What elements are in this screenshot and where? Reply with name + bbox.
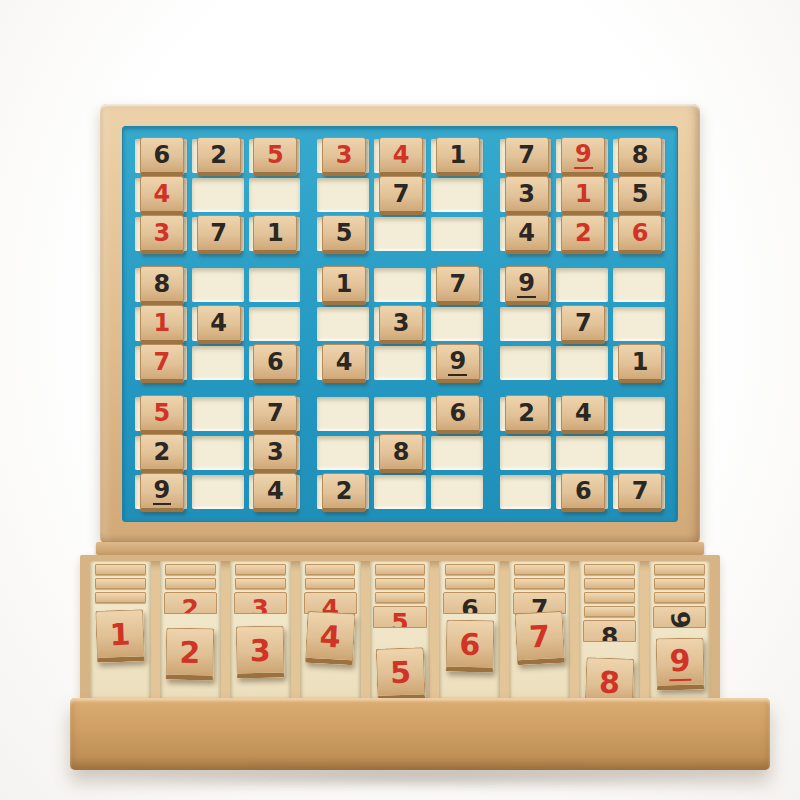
tile-digit: 2: [179, 634, 200, 669]
tile-6-r6c3[interactable]: 6: [253, 344, 297, 383]
tile-digit: 3: [336, 143, 353, 167]
tile-digit: 1: [575, 182, 592, 206]
cell-r5c2: 4: [192, 307, 244, 341]
tile-digit: 1: [449, 143, 466, 167]
cell-r4c7: 9: [500, 268, 552, 302]
peek-digit: 2: [165, 599, 216, 614]
tile-digit: 9: [668, 643, 692, 681]
drawer-tile-9[interactable]: 9: [655, 638, 704, 691]
cell-r9c9: 7: [613, 475, 665, 509]
cell-r3c8: 2: [556, 217, 608, 251]
tile-digit: 9: [448, 349, 467, 376]
cell-r2c4: [317, 178, 369, 212]
tile-digit: 7: [632, 479, 649, 503]
box-front-edge: [96, 542, 704, 555]
drawer-tile-3[interactable]: 3: [236, 626, 285, 679]
drawer-tile-5[interactable]: 5: [376, 647, 426, 701]
tile-digit: 5: [336, 221, 353, 245]
stacked-tile-edge[interactable]: [375, 592, 426, 603]
peek-digit: 5: [374, 613, 425, 628]
tile-2-r7c7[interactable]: 2: [505, 395, 549, 434]
tile-digit: 6: [449, 401, 466, 425]
cell-r6c1: 7: [135, 346, 187, 380]
tile-4-r2c1[interactable]: 4: [140, 176, 184, 215]
drawer-slot-7: 77: [509, 561, 570, 699]
tile-1-r3c3[interactable]: 1: [253, 215, 297, 254]
cell-r2c7: 3: [500, 178, 552, 212]
tile-9-r1c8[interactable]: 9: [561, 137, 605, 176]
tile-4-r7c8[interactable]: 4: [561, 395, 605, 434]
tile-7-r4c6[interactable]: 7: [436, 266, 480, 305]
drawer-tile-6[interactable]: 6: [445, 620, 494, 673]
cell-r4c6: 7: [431, 268, 483, 302]
drawer-tile-7[interactable]: 7: [514, 611, 565, 665]
stacked-tile-edge[interactable]: [584, 606, 635, 617]
cell-r6c4: 4: [317, 346, 369, 380]
tile-digit: 4: [154, 182, 171, 206]
tile-6-r7c6[interactable]: 6: [436, 395, 480, 434]
cell-r9c7: [500, 475, 552, 509]
tile-7-r1c7[interactable]: 7: [505, 137, 549, 176]
tile-1-r5c1[interactable]: 1: [140, 305, 184, 344]
cell-r4c8: [556, 268, 608, 302]
stacked-tile-edge[interactable]: [654, 592, 705, 603]
tile-8-r4c1[interactable]: 8: [140, 266, 184, 305]
drawer-tile-1[interactable]: 1: [96, 609, 146, 663]
tile-digit: 8: [598, 664, 620, 700]
drawer-slot-9: 99: [649, 561, 710, 699]
cell-r8c5: 8: [374, 436, 426, 470]
stacked-tile-edge[interactable]: [445, 578, 496, 589]
stacked-tile-edge[interactable]: [95, 578, 146, 589]
tile-digit: 2: [518, 401, 535, 425]
drawer-slot-4: 44: [300, 561, 361, 699]
tile-digit: 6: [267, 350, 284, 374]
tile-9-r9c1[interactable]: 9: [140, 473, 184, 512]
cell-r1c8: 9: [556, 139, 608, 173]
cell-r1c6: 1: [431, 139, 483, 173]
cell-r4c5: [374, 268, 426, 302]
tile-3-r8c3[interactable]: 3: [253, 434, 297, 473]
drawer-slot-3: 33: [230, 561, 291, 699]
tile-7-r2c5[interactable]: 7: [379, 176, 423, 215]
cell-r4c3: [249, 268, 301, 302]
tile-digit: 1: [109, 616, 131, 652]
tile-5-r2c9[interactable]: 5: [618, 176, 662, 215]
drawer-slot-2: 22: [160, 561, 221, 699]
cell-r6c8: [556, 346, 608, 380]
cell-r8c3: 3: [249, 436, 301, 470]
tile-digit: 3: [154, 221, 171, 245]
tile-3-r3c1[interactable]: 3: [140, 215, 184, 254]
tile-digit: 7: [267, 401, 284, 425]
cell-r2c2: [192, 178, 244, 212]
cell-r7c9: [613, 397, 665, 431]
tile-digit: 4: [210, 311, 227, 335]
stacked-tile-edge[interactable]: [654, 564, 705, 575]
tile-2-r1c2[interactable]: 2: [197, 137, 241, 176]
tile-digit: 4: [393, 143, 410, 167]
peek-tile-8[interactable]: 8: [583, 620, 636, 642]
cell-r5c1: 1: [135, 307, 187, 341]
tile-digit: 5: [267, 143, 284, 167]
stacked-tile-edge[interactable]: [654, 578, 705, 589]
peek-tile-3[interactable]: 3: [234, 592, 287, 614]
stacked-tile-edge[interactable]: [445, 564, 496, 575]
cell-r2c3: [249, 178, 301, 212]
cell-r3c7: 4: [500, 217, 552, 251]
cell-r3c6: [431, 217, 483, 251]
cell-r7c2: [192, 397, 244, 431]
tile-digit: 4: [518, 221, 535, 245]
tile-digit: 2: [210, 143, 227, 167]
tile-8-r1c9[interactable]: 8: [618, 137, 662, 176]
peek-tile-9[interactable]: 9: [653, 606, 706, 628]
cell-r1c3: 5: [249, 139, 301, 173]
tile-7-r7c3[interactable]: 7: [253, 395, 297, 434]
tile-digit: 5: [154, 401, 171, 425]
peek-digit: 3: [235, 599, 286, 614]
tile-5-r7c1[interactable]: 5: [140, 395, 184, 434]
cell-r5c6: [431, 307, 483, 341]
tile-digit: 4: [575, 401, 592, 425]
cell-r4c1: 8: [135, 268, 187, 302]
stacked-tile-edge[interactable]: [235, 578, 286, 589]
tile-4-r6c4[interactable]: 4: [322, 344, 366, 383]
tile-digit: 5: [632, 182, 649, 206]
ground-shadow: [90, 768, 750, 786]
tile-digit: 7: [518, 143, 535, 167]
cell-r9c6: [431, 475, 483, 509]
cell-r6c9: 1: [613, 346, 665, 380]
cell-r1c7: 7: [500, 139, 552, 173]
tile-1-r1c6[interactable]: 1: [436, 137, 480, 176]
tile-7-r3c2[interactable]: 7: [197, 215, 241, 254]
drawer-tile-4[interactable]: 4: [305, 611, 356, 665]
tile-digit: 1: [632, 350, 649, 374]
drawer-slots: 12233445566778899: [90, 561, 710, 699]
stacked-tile-edge[interactable]: [375, 578, 426, 589]
cell-r8c6: [431, 436, 483, 470]
cell-r4c4: 1: [317, 268, 369, 302]
tile-1-r4c4[interactable]: 1: [322, 266, 366, 305]
stacked-tile-edge[interactable]: [584, 564, 635, 575]
tile-digit: 6: [575, 479, 592, 503]
drawer-front-handle[interactable]: [70, 698, 770, 770]
peek-tile-6[interactable]: 6: [443, 592, 496, 614]
tile-digit: 9: [153, 478, 172, 505]
cell-r8c2: [192, 436, 244, 470]
tile-7-r5c8[interactable]: 7: [561, 305, 605, 344]
tile-5-r3c4[interactable]: 5: [322, 215, 366, 254]
tile-digit: 4: [267, 479, 284, 503]
tile-digit: 7: [575, 311, 592, 335]
cell-r9c1: 9: [135, 475, 187, 509]
tile-4-r5c2[interactable]: 4: [197, 305, 241, 344]
cell-r1c4: 3: [317, 139, 369, 173]
cell-r9c4: 2: [317, 475, 369, 509]
cell-r7c6: 6: [431, 397, 483, 431]
tile-3-r2c7[interactable]: 3: [505, 176, 549, 215]
cell-r8c1: 2: [135, 436, 187, 470]
tile-digit: 1: [154, 311, 171, 335]
drawer-slot-1: 1: [90, 561, 151, 699]
tile-digit: 2: [336, 479, 353, 503]
scene: 6253417984731537154268179143776491576242…: [0, 0, 800, 800]
board-blue-panel: 6253417984731537154268179143776491576242…: [122, 126, 678, 522]
cell-r9c8: 6: [556, 475, 608, 509]
cell-r1c9: 8: [613, 139, 665, 173]
stacked-tile-edge[interactable]: [95, 564, 146, 575]
cell-r8c9: [613, 436, 665, 470]
cell-r5c8: 7: [556, 307, 608, 341]
tile-digit: 3: [393, 311, 410, 335]
cell-r2c6: [431, 178, 483, 212]
tile-digit: 3: [267, 440, 284, 464]
stacked-tile-edge[interactable]: [165, 564, 216, 575]
cell-r2c5: 7: [374, 178, 426, 212]
tile-6-r9c8[interactable]: 6: [561, 473, 605, 512]
tile-digit: 4: [336, 350, 353, 374]
stacked-tile-edge[interactable]: [95, 592, 146, 603]
cell-r7c7: 2: [500, 397, 552, 431]
cell-r2c8: 1: [556, 178, 608, 212]
cell-r2c9: 5: [613, 178, 665, 212]
tile-digit: 7: [528, 618, 551, 654]
tile-digit: 9: [574, 142, 593, 169]
stacked-tile-edge[interactable]: [514, 578, 565, 589]
peek-digit: 8: [584, 627, 635, 642]
tile-digit: 7: [393, 182, 410, 206]
cell-r5c9: [613, 307, 665, 341]
cell-r7c5: [374, 397, 426, 431]
cell-r8c4: [317, 436, 369, 470]
stacked-tile-edge[interactable]: [235, 564, 286, 575]
stacked-tile-edge[interactable]: [305, 578, 356, 589]
tile-digit: 7: [210, 221, 227, 245]
cell-r1c2: 2: [192, 139, 244, 173]
cell-r7c4: [317, 397, 369, 431]
cell-r5c7: [500, 307, 552, 341]
cell-r5c4: [317, 307, 369, 341]
tile-digit: 2: [154, 440, 171, 464]
stacked-tile-edge[interactable]: [165, 578, 216, 589]
tile-5-r1c3[interactable]: 5: [253, 137, 297, 176]
stacked-tile-edge[interactable]: [305, 564, 356, 575]
cell-r9c3: 4: [249, 475, 301, 509]
cell-r9c5: [374, 475, 426, 509]
drawer-slot-8: 88: [579, 561, 640, 699]
peek-digit: 6: [444, 599, 495, 614]
cell-r1c5: 4: [374, 139, 426, 173]
tile-digit: 7: [449, 272, 466, 296]
cell-r2c1: 4: [135, 178, 187, 212]
tile-1-r2c8[interactable]: 1: [561, 176, 605, 215]
peek-tile-2[interactable]: 2: [164, 592, 217, 614]
drawer-slot-6: 66: [439, 561, 500, 699]
cell-r3c9: 6: [613, 217, 665, 251]
tile-digit: 6: [459, 626, 480, 661]
tile-7-r9c9[interactable]: 7: [618, 473, 662, 512]
tile-2-r3c8[interactable]: 2: [561, 215, 605, 254]
cell-r6c2: [192, 346, 244, 380]
cell-r3c2: 7: [192, 217, 244, 251]
tile-digit: 5: [390, 654, 412, 690]
cell-r1c1: 6: [135, 139, 187, 173]
tile-digit: 4: [319, 618, 342, 654]
cell-r6c3: 6: [249, 346, 301, 380]
cell-r3c3: 1: [249, 217, 301, 251]
tile-digit: 8: [632, 143, 649, 167]
tile-digit: 8: [393, 440, 410, 464]
tile-1-r6c9[interactable]: 1: [618, 344, 662, 383]
cell-r5c3: [249, 307, 301, 341]
tile-digit: 2: [575, 221, 592, 245]
tile-2-r8c1[interactable]: 2: [140, 434, 184, 473]
drawer-slot-5: 55: [370, 561, 431, 699]
tile-8-r8c5[interactable]: 8: [379, 434, 423, 473]
peek-digit: 9: [667, 606, 692, 628]
cell-r6c6: 9: [431, 346, 483, 380]
tile-7-r6c1[interactable]: 7: [140, 344, 184, 383]
cell-r7c3: 7: [249, 397, 301, 431]
drawer-tile-2[interactable]: 2: [166, 628, 215, 681]
cell-r6c5: [374, 346, 426, 380]
cell-r8c8: [556, 436, 608, 470]
cell-r3c5: [374, 217, 426, 251]
tile-digit: 3: [250, 632, 271, 667]
tile-digit: 6: [154, 143, 171, 167]
tile-3-r1c4[interactable]: 3: [322, 137, 366, 176]
cell-r9c2: [192, 475, 244, 509]
tile-4-r9c3[interactable]: 4: [253, 473, 297, 512]
stacked-tile-edge[interactable]: [375, 564, 426, 575]
sudoku-grid: 6253417984731537154268179143776491576242…: [135, 139, 665, 509]
tile-digit: 6: [632, 221, 649, 245]
tile-9-r4c7[interactable]: 9: [505, 266, 549, 305]
tile-9-r6c6[interactable]: 9: [436, 344, 480, 383]
stacked-tile-edge[interactable]: [584, 592, 635, 603]
tile-digit: 1: [267, 221, 284, 245]
cell-r6c7: [500, 346, 552, 380]
cell-r4c2: [192, 268, 244, 302]
cell-r3c1: 3: [135, 217, 187, 251]
tile-6-r3c9[interactable]: 6: [618, 215, 662, 254]
tile-2-r9c4[interactable]: 2: [322, 473, 366, 512]
tile-digit: 9: [517, 271, 536, 298]
tile-4-r3c7[interactable]: 4: [505, 215, 549, 254]
tile-digit: 1: [336, 272, 353, 296]
stacked-tile-edge[interactable]: [584, 578, 635, 589]
cell-r4c9: [613, 268, 665, 302]
tile-drawer[interactable]: 12233445566778899: [80, 555, 720, 705]
peek-tile-5[interactable]: 5: [373, 606, 426, 628]
cell-r7c8: 4: [556, 397, 608, 431]
tile-6-r1c1[interactable]: 6: [140, 137, 184, 176]
cell-r5c5: 3: [374, 307, 426, 341]
tile-4-r1c5[interactable]: 4: [379, 137, 423, 176]
tile-digit: 3: [518, 182, 535, 206]
stacked-tile-edge[interactable]: [514, 564, 565, 575]
sudoku-board: 6253417984731537154268179143776491576242…: [100, 104, 700, 544]
tile-3-r5c5[interactable]: 3: [379, 305, 423, 344]
tile-digit: 8: [154, 272, 171, 296]
cell-r3c4: 5: [317, 217, 369, 251]
tile-digit: 7: [154, 350, 171, 374]
cell-r7c1: 5: [135, 397, 187, 431]
cell-r8c7: [500, 436, 552, 470]
